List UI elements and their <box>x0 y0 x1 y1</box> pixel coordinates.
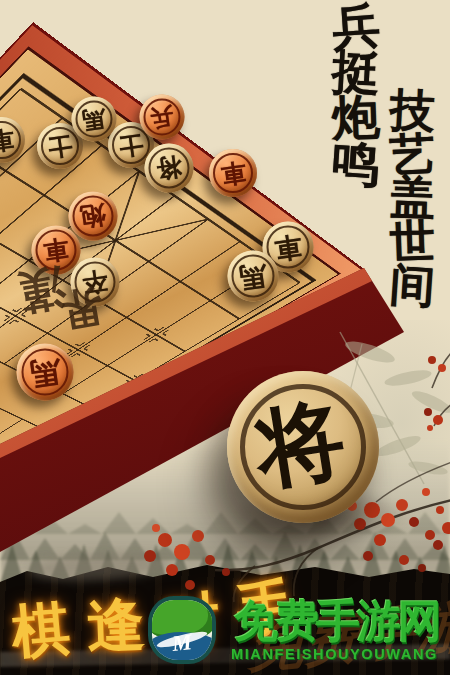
watermark-site-latin: MIANFEISHOUYOUWANG <box>231 646 438 662</box>
site-logo-icon: M <box>148 596 216 664</box>
splash-screen: 士士車車車兵将馬馬炮車卒馬漢界 兵挺炮鸣 技艺盖世间 将 棋逢对手 免费手游网 … <box>0 0 450 675</box>
banner-char: 逢 <box>86 586 147 666</box>
featured-general-glyph: 将 <box>248 379 354 510</box>
banner-char: 棋 <box>9 590 74 673</box>
logo-m-letter: M <box>171 629 193 657</box>
watermark-site-name: 免费手游网 <box>234 592 439 651</box>
featured-general-piece: 将 <box>227 371 379 523</box>
